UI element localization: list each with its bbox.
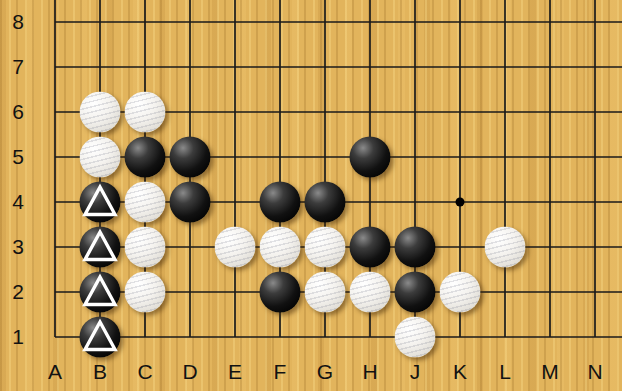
black-stone-J2[interactable]: [395, 272, 436, 313]
go-board[interactable]: ABCDEFGHJKLMN87654321: [0, 0, 622, 391]
col-label-A: A: [48, 360, 62, 384]
black-stone-B1[interactable]: [80, 317, 121, 358]
row-label-1: 1: [12, 325, 24, 349]
row-label-7: 7: [12, 55, 24, 79]
col-label-D: D: [182, 360, 197, 384]
col-label-N: N: [587, 360, 602, 384]
triangle-mark: [80, 272, 121, 313]
white-stone-C4[interactable]: [125, 182, 166, 223]
row-label-4: 4: [12, 190, 24, 214]
white-stone-H2[interactable]: [350, 272, 391, 313]
white-stone-K2[interactable]: [440, 272, 481, 313]
row-label-8: 8: [12, 10, 24, 34]
col-label-H: H: [362, 360, 377, 384]
black-stone-B2[interactable]: [80, 272, 121, 313]
col-label-G: G: [317, 360, 333, 384]
white-stone-L3[interactable]: [485, 227, 526, 268]
white-stone-G3[interactable]: [305, 227, 346, 268]
triangle-mark: [80, 317, 121, 358]
col-label-J: J: [410, 360, 421, 384]
white-stone-B5[interactable]: [80, 137, 121, 178]
black-stone-F4[interactable]: [260, 182, 301, 223]
row-label-3: 3: [12, 235, 24, 259]
col-label-C: C: [137, 360, 152, 384]
black-stone-G4[interactable]: [305, 182, 346, 223]
white-stone-C6[interactable]: [125, 92, 166, 133]
white-stone-J1[interactable]: [395, 317, 436, 358]
white-stone-F3[interactable]: [260, 227, 301, 268]
white-stone-G2[interactable]: [305, 272, 346, 313]
triangle-mark: [80, 182, 121, 223]
black-stone-H5[interactable]: [350, 137, 391, 178]
black-stone-B3[interactable]: [80, 227, 121, 268]
col-label-F: F: [274, 360, 287, 384]
black-stone-J3[interactable]: [395, 227, 436, 268]
white-stone-E3[interactable]: [215, 227, 256, 268]
white-stone-C2[interactable]: [125, 272, 166, 313]
black-stone-H3[interactable]: [350, 227, 391, 268]
col-label-B: B: [93, 360, 107, 384]
col-label-E: E: [228, 360, 242, 384]
black-stone-D5[interactable]: [170, 137, 211, 178]
row-label-2: 2: [12, 280, 24, 304]
triangle-mark: [80, 227, 121, 268]
black-stone-B4[interactable]: [80, 182, 121, 223]
black-stone-D4[interactable]: [170, 182, 211, 223]
black-stone-C5[interactable]: [125, 137, 166, 178]
white-stone-C3[interactable]: [125, 227, 166, 268]
col-label-M: M: [541, 360, 559, 384]
col-label-K: K: [453, 360, 467, 384]
row-label-6: 6: [12, 100, 24, 124]
row-label-5: 5: [12, 145, 24, 169]
col-label-L: L: [499, 360, 511, 384]
black-stone-F2[interactable]: [260, 272, 301, 313]
star-point-K4: [456, 198, 465, 207]
white-stone-B6[interactable]: [80, 92, 121, 133]
